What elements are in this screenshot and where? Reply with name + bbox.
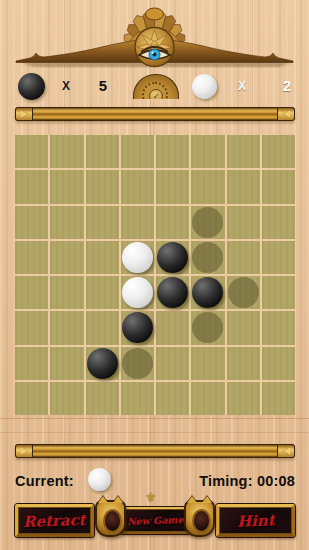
white-score-disc [192,74,217,99]
legal-move-hint[interactable] [192,207,223,238]
fleur-ornament-icon: ⚜ [145,490,157,505]
cell-d4[interactable] [121,241,154,274]
crest-oval [103,509,122,533]
retract-button-label: Retract [23,510,86,530]
arrow-left-icon [283,447,290,455]
cell-h1[interactable] [262,135,295,168]
new-game-button[interactable]: New Game [120,507,190,534]
cell-f8[interactable] [191,382,224,415]
cell-a4[interactable] [15,241,48,274]
cell-e4[interactable] [156,241,189,274]
crest-oval [192,509,211,533]
cell-e6[interactable] [156,311,189,344]
fan-eye-ornament [0,0,309,70]
cell-g1[interactable] [227,135,260,168]
legal-move-hint[interactable] [228,277,259,308]
rail-right-cap [277,107,295,121]
arrow-left-icon [283,110,290,118]
cell-a1[interactable] [15,135,48,168]
timing-text: Timing: 00:08 [199,473,295,489]
cell-b5[interactable] [50,276,83,309]
rail-left-cap [15,107,33,121]
cell-f3[interactable] [191,206,224,239]
cell-b1[interactable] [50,135,83,168]
cell-d6[interactable] [121,311,154,344]
cell-g3[interactable] [227,206,260,239]
cell-h6[interactable] [262,311,295,344]
cell-g6[interactable] [227,311,260,344]
cell-c1[interactable] [86,135,119,168]
cell-e7[interactable] [156,347,189,380]
cell-e8[interactable] [156,382,189,415]
wood-seam [0,418,309,419]
white-count: 2 [276,77,298,94]
cell-g5[interactable] [227,276,260,309]
cell-c7[interactable] [86,347,119,380]
left-crest-ornament [95,500,126,537]
cell-h3[interactable] [262,206,295,239]
cell-d2[interactable] [121,170,154,203]
cell-c6[interactable] [86,311,119,344]
cell-c8[interactable] [86,382,119,415]
cell-d3[interactable] [121,206,154,239]
cell-a5[interactable] [15,276,48,309]
cell-d7[interactable] [121,347,154,380]
cell-e2[interactable] [156,170,189,203]
cell-a6[interactable] [15,311,48,344]
cell-f7[interactable] [191,347,224,380]
cell-a3[interactable] [15,206,48,239]
wood-seam [0,432,309,433]
cell-g7[interactable] [227,347,260,380]
new-game-button-label: New Game [127,514,184,527]
cell-a7[interactable] [15,347,48,380]
cell-h2[interactable] [262,170,295,203]
cell-h8[interactable] [262,382,295,415]
cell-e1[interactable] [156,135,189,168]
black-disc [157,277,188,308]
current-player-disc [88,468,111,491]
rail-left-cap [15,444,33,458]
white-times-label: X [233,79,251,93]
timer-badge: ✓ [133,74,179,99]
timing-label: Timing: [199,473,253,489]
black-disc [87,348,118,379]
right-crest-ornament [184,500,215,537]
current-player-label: Current: [15,473,74,489]
cell-f4[interactable] [191,241,224,274]
cell-f5[interactable] [191,276,224,309]
cell-g2[interactable] [227,170,260,203]
cell-b4[interactable] [50,241,83,274]
cell-e3[interactable] [156,206,189,239]
cell-b3[interactable] [50,206,83,239]
cell-h4[interactable] [262,241,295,274]
cell-c4[interactable] [86,241,119,274]
clock-icon: ✓ [149,89,163,99]
arrow-right-icon [21,447,28,455]
cell-a8[interactable] [15,382,48,415]
cell-b6[interactable] [50,311,83,344]
cell-a2[interactable] [15,170,48,203]
white-disc [122,277,153,308]
legal-move-hint[interactable] [122,348,153,379]
cell-e5[interactable] [156,276,189,309]
cell-c3[interactable] [86,206,119,239]
hint-button-label: Hint [236,511,274,530]
arrow-right-icon [21,110,28,118]
cell-g8[interactable] [227,382,260,415]
game-screen: X 5 ✓ X 2 Current: Timing: 00:08 Retract… [0,0,309,550]
timing-value: 00:08 [257,473,295,489]
cell-c5[interactable] [86,276,119,309]
hint-button[interactable]: Hint [216,504,295,537]
cell-g4[interactable] [227,241,260,274]
cell-d1[interactable] [121,135,154,168]
bottom-divider-rail [15,444,295,458]
gear-icon: ✓ [142,82,168,99]
cell-f2[interactable] [191,170,224,203]
cell-f1[interactable] [191,135,224,168]
retract-button[interactable]: Retract [15,504,94,537]
white-disc [122,242,153,273]
cell-b2[interactable] [50,170,83,203]
top-divider-rail [15,107,295,121]
black-disc [122,312,153,343]
cell-d5[interactable] [121,276,154,309]
rail-right-cap [277,444,295,458]
black-disc [157,242,188,273]
legal-move-hint[interactable] [192,242,223,273]
cell-c2[interactable] [86,170,119,203]
cell-f6[interactable] [191,311,224,344]
legal-move-hint[interactable] [192,312,223,343]
cell-b8[interactable] [50,382,83,415]
black-times-label: X [57,79,75,93]
cell-b7[interactable] [50,347,83,380]
black-score-disc [18,73,45,100]
board [15,135,295,415]
black-disc [192,277,223,308]
cell-d8[interactable] [121,382,154,415]
cell-h7[interactable] [262,347,295,380]
black-count: 5 [92,77,114,94]
cell-h5[interactable] [262,276,295,309]
